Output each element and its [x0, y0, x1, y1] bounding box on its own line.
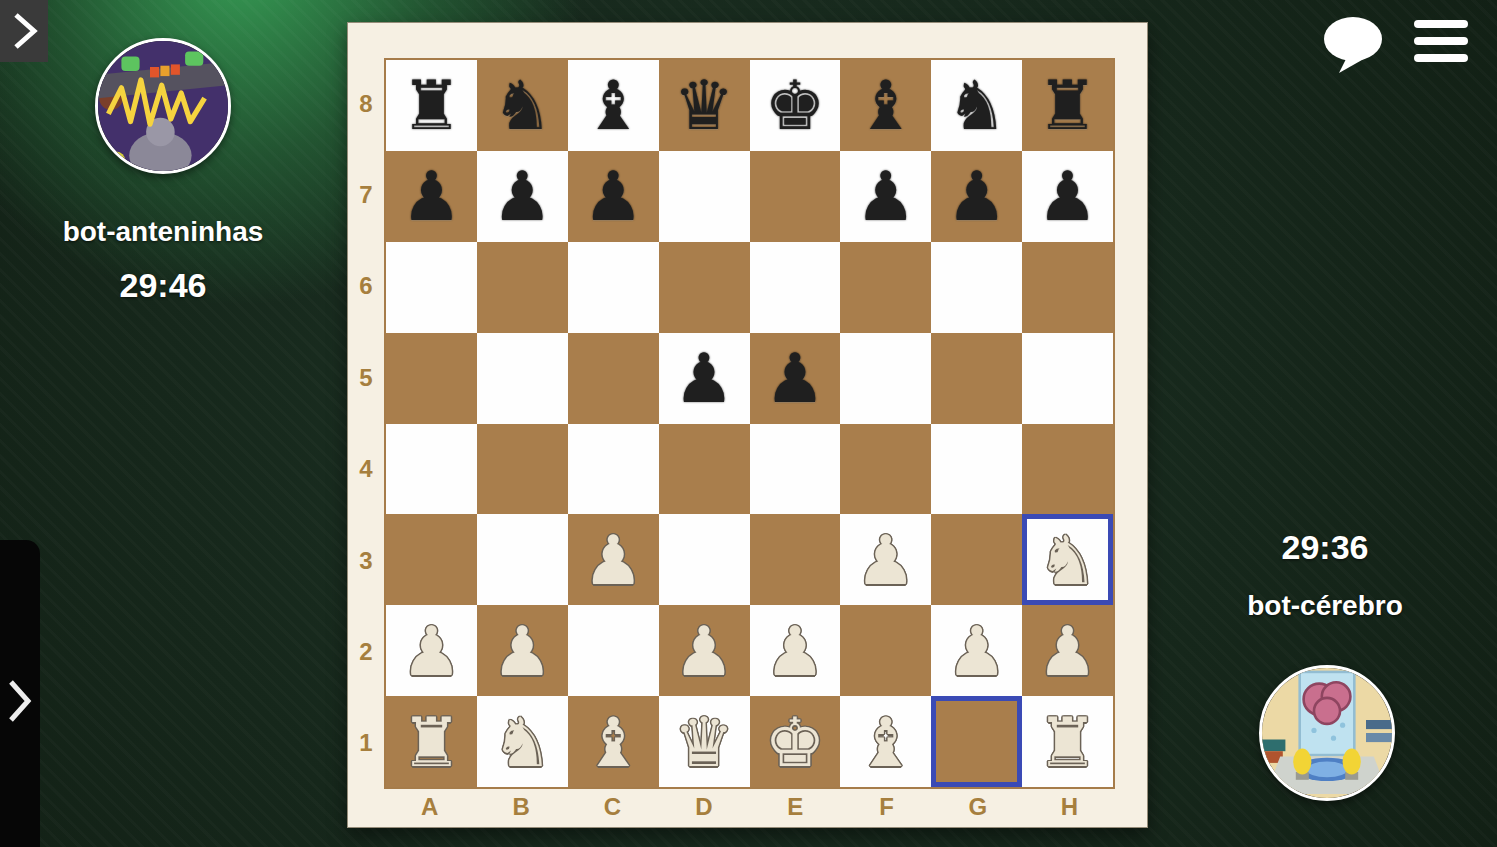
menu-button[interactable] — [1414, 20, 1468, 62]
white-rook-a1[interactable]: ♜ — [401, 708, 462, 776]
square-c3[interactable]: ♟ — [568, 514, 659, 605]
square-a6[interactable] — [386, 242, 477, 333]
square-a8[interactable]: ♜ — [386, 60, 477, 151]
square-h8[interactable]: ♜ — [1022, 60, 1113, 151]
white-pawn-b2[interactable]: ♟ — [492, 617, 553, 685]
square-b4[interactable] — [477, 424, 568, 515]
black-bishop-c8[interactable]: ♝ — [583, 71, 644, 139]
square-b5[interactable] — [477, 333, 568, 424]
square-c6[interactable] — [568, 242, 659, 333]
robot-antennas-avatar-art — [98, 41, 228, 171]
square-a5[interactable] — [386, 333, 477, 424]
player-avatar-bottom[interactable] — [1259, 665, 1395, 801]
square-f6[interactable] — [840, 242, 931, 333]
square-g6[interactable] — [931, 242, 1022, 333]
black-pawn-f7[interactable]: ♟ — [855, 162, 916, 230]
white-pawn-c3[interactable]: ♟ — [583, 526, 644, 594]
square-a4[interactable] — [386, 424, 477, 515]
white-bishop-f1[interactable]: ♝ — [855, 708, 916, 776]
square-h1[interactable]: ♜ — [1022, 696, 1113, 787]
white-king-e1[interactable]: ♚ — [764, 708, 825, 776]
white-pawn-h2[interactable]: ♟ — [1037, 617, 1098, 685]
square-g3[interactable] — [931, 514, 1022, 605]
square-c1[interactable]: ♝ — [568, 696, 659, 787]
rank-label-1: 1 — [348, 698, 384, 789]
white-knight-h3[interactable]: ♞ — [1037, 526, 1098, 594]
hamburger-menu-icon — [1414, 54, 1468, 62]
square-b1[interactable]: ♞ — [477, 696, 568, 787]
square-e1[interactable]: ♚ — [750, 696, 841, 787]
square-e5[interactable]: ♟ — [750, 333, 841, 424]
square-g8[interactable]: ♞ — [931, 60, 1022, 151]
square-f2[interactable] — [840, 605, 931, 696]
square-b8[interactable]: ♞ — [477, 60, 568, 151]
black-knight-g8[interactable]: ♞ — [946, 71, 1007, 139]
player-clock-top: 29:46 — [18, 266, 308, 305]
white-pawn-g2[interactable]: ♟ — [946, 617, 1007, 685]
file-label-f: F — [841, 787, 932, 827]
square-c5[interactable] — [568, 333, 659, 424]
square-d7[interactable] — [659, 151, 750, 242]
black-bishop-f8[interactable]: ♝ — [855, 71, 916, 139]
white-pawn-a2[interactable]: ♟ — [401, 617, 462, 685]
square-c8[interactable]: ♝ — [568, 60, 659, 151]
player-clock-bottom: 29:36 — [1180, 528, 1470, 567]
square-h2[interactable]: ♟ — [1022, 605, 1113, 696]
square-d2[interactable]: ♟ — [659, 605, 750, 696]
rank-label-4: 4 — [348, 424, 384, 515]
black-pawn-b7[interactable]: ♟ — [492, 162, 553, 230]
square-f1[interactable]: ♝ — [840, 696, 931, 787]
black-queen-d8[interactable]: ♛ — [674, 71, 735, 139]
hamburger-menu-icon — [1414, 37, 1468, 45]
black-king-e8[interactable]: ♚ — [764, 71, 825, 139]
chat-button[interactable] — [1322, 15, 1388, 75]
square-h4[interactable] — [1022, 424, 1113, 515]
square-d6[interactable] — [659, 242, 750, 333]
square-b6[interactable] — [477, 242, 568, 333]
square-a7[interactable]: ♟ — [386, 151, 477, 242]
black-pawn-c7[interactable]: ♟ — [583, 162, 644, 230]
square-c7[interactable]: ♟ — [568, 151, 659, 242]
player-name-bottom: bot-cérebro — [1180, 590, 1470, 622]
white-queen-d1[interactable]: ♛ — [674, 708, 735, 776]
square-d5[interactable]: ♟ — [659, 333, 750, 424]
rank-label-8: 8 — [348, 58, 384, 149]
square-d1[interactable]: ♛ — [659, 696, 750, 787]
file-label-h: H — [1024, 787, 1115, 827]
square-f3[interactable]: ♟ — [840, 514, 931, 605]
file-label-b: B — [475, 787, 566, 827]
black-pawn-e5[interactable]: ♟ — [764, 344, 825, 412]
square-f5[interactable] — [840, 333, 931, 424]
white-bishop-c1[interactable]: ♝ — [583, 708, 644, 776]
file-labels: ABCDEFGH — [384, 787, 1115, 827]
rank-label-5: 5 — [348, 332, 384, 423]
square-f7[interactable]: ♟ — [840, 151, 931, 242]
black-pawn-h7[interactable]: ♟ — [1037, 162, 1098, 230]
square-b3[interactable] — [477, 514, 568, 605]
board-grid: ♜♞♝♛♚♝♞♜♟♟♟♟♟♟♟♟♟♟♞♟♟♟♟♟♟♜♞♝♛♚♝♜ — [384, 58, 1115, 789]
square-d4[interactable] — [659, 424, 750, 515]
square-c4[interactable] — [568, 424, 659, 515]
rank-label-2: 2 — [348, 606, 384, 697]
rank-label-6: 6 — [348, 241, 384, 332]
white-rook-h1[interactable]: ♜ — [1037, 708, 1098, 776]
white-pawn-d2[interactable]: ♟ — [674, 617, 735, 685]
rank-label-7: 7 — [348, 149, 384, 240]
white-pawn-e2[interactable]: ♟ — [764, 617, 825, 685]
collapse-panel-button[interactable] — [0, 0, 48, 62]
square-e4[interactable] — [750, 424, 841, 515]
file-label-a: A — [384, 787, 475, 827]
square-g5[interactable] — [931, 333, 1022, 424]
square-b2[interactable]: ♟ — [477, 605, 568, 696]
square-h5[interactable] — [1022, 333, 1113, 424]
side-panel-tab[interactable] — [0, 540, 40, 847]
chevron-right-icon — [4, 5, 44, 57]
player-avatar-top[interactable] — [95, 38, 231, 174]
rank-label-3: 3 — [348, 515, 384, 606]
brain-in-jar-avatar-art — [1262, 668, 1392, 798]
chat-bubble-icon — [1322, 15, 1388, 75]
file-label-c: C — [567, 787, 658, 827]
black-knight-b8[interactable]: ♞ — [492, 71, 553, 139]
hamburger-menu-icon — [1414, 20, 1468, 28]
square-a3[interactable] — [386, 514, 477, 605]
square-e3[interactable] — [750, 514, 841, 605]
square-h7[interactable]: ♟ — [1022, 151, 1113, 242]
black-pawn-d5[interactable]: ♟ — [674, 344, 735, 412]
square-g4[interactable] — [931, 424, 1022, 515]
app-root: bot-anteninhas 29:46 29:36 bot-cérebro — [0, 0, 1497, 847]
player-name-top: bot-anteninhas — [18, 216, 308, 248]
black-pawn-a7[interactable]: ♟ — [401, 162, 462, 230]
square-b7[interactable]: ♟ — [477, 151, 568, 242]
square-g1[interactable] — [931, 696, 1022, 787]
black-pawn-g7[interactable]: ♟ — [946, 162, 1007, 230]
rank-labels: 87654321 — [348, 58, 384, 789]
square-f8[interactable]: ♝ — [840, 60, 931, 151]
file-label-d: D — [658, 787, 749, 827]
white-pawn-f3[interactable]: ♟ — [855, 526, 916, 594]
square-e6[interactable] — [750, 242, 841, 333]
square-d8[interactable]: ♛ — [659, 60, 750, 151]
chess-board: 87654321 ♜♞♝♛♚♝♞♜♟♟♟♟♟♟♟♟♟♟♞♟♟♟♟♟♟♜♞♝♛♚♝… — [347, 22, 1148, 828]
square-g7[interactable]: ♟ — [931, 151, 1022, 242]
square-e7[interactable] — [750, 151, 841, 242]
square-e8[interactable]: ♚ — [750, 60, 841, 151]
square-h6[interactable] — [1022, 242, 1113, 333]
square-h3[interactable]: ♞ — [1022, 514, 1113, 605]
file-label-e: E — [750, 787, 841, 827]
white-knight-b1[interactable]: ♞ — [492, 708, 553, 776]
square-a2[interactable]: ♟ — [386, 605, 477, 696]
square-f4[interactable] — [840, 424, 931, 515]
file-label-g: G — [932, 787, 1023, 827]
square-c2[interactable] — [568, 605, 659, 696]
black-rook-h8[interactable]: ♜ — [1037, 71, 1098, 139]
square-e2[interactable]: ♟ — [750, 605, 841, 696]
square-g2[interactable]: ♟ — [931, 605, 1022, 696]
square-d3[interactable] — [659, 514, 750, 605]
black-rook-a8[interactable]: ♜ — [401, 71, 462, 139]
square-a1[interactable]: ♜ — [386, 696, 477, 787]
chevron-right-icon — [2, 672, 36, 730]
